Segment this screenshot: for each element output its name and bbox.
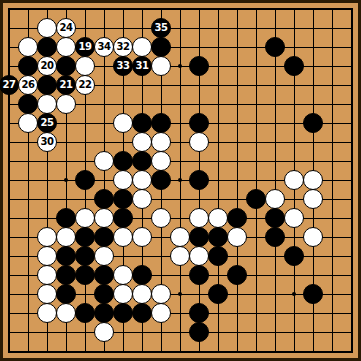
stone-black — [18, 94, 38, 114]
stone-black — [227, 265, 247, 285]
stone-white — [132, 284, 152, 304]
stone-black — [151, 113, 171, 133]
stone-black — [265, 37, 285, 57]
stone-black — [246, 189, 266, 209]
stone-white — [284, 170, 304, 190]
stone-black — [37, 75, 57, 95]
stone-black — [151, 37, 171, 57]
stone-white — [37, 303, 57, 323]
stone-black — [113, 151, 133, 171]
stone-black — [208, 246, 228, 266]
stone-white — [170, 246, 190, 266]
stone-white-move-22: 22 — [75, 75, 95, 95]
go-board[interactable]: 2435193432203331272621222530 — [0, 0, 361, 361]
move-number-label: 25 — [41, 118, 54, 128]
stone-white — [113, 170, 133, 190]
stone-black — [265, 227, 285, 247]
move-number-label: 35 — [155, 23, 168, 33]
stone-black — [56, 56, 76, 76]
stone-white — [56, 303, 76, 323]
stone-black — [75, 227, 95, 247]
stone-white — [37, 227, 57, 247]
hoshi-point — [178, 64, 182, 68]
stone-white — [37, 265, 57, 285]
stone-white — [18, 113, 38, 133]
stone-white — [151, 132, 171, 152]
stone-white-move-24: 24 — [56, 18, 76, 38]
stone-white — [37, 94, 57, 114]
stone-white — [94, 151, 114, 171]
grid-line-vertical — [237, 9, 238, 351]
stone-white — [208, 208, 228, 228]
stone-black — [132, 113, 152, 133]
stone-black — [37, 37, 57, 57]
stone-black — [189, 303, 209, 323]
stone-white — [151, 208, 171, 228]
stone-black — [94, 303, 114, 323]
stone-white — [189, 132, 209, 152]
stone-white-move-32: 32 — [113, 37, 133, 57]
stone-white — [56, 94, 76, 114]
move-number-label: 27 — [3, 80, 16, 90]
move-number-label: 22 — [79, 80, 92, 90]
stone-white — [265, 189, 285, 209]
grid-line-horizontal — [9, 332, 351, 333]
hoshi-point — [292, 292, 296, 296]
move-number-label: 32 — [117, 42, 130, 52]
stone-white-move-34: 34 — [94, 37, 114, 57]
stone-black-move-27: 27 — [0, 75, 19, 95]
stone-white — [113, 284, 133, 304]
stone-black — [94, 284, 114, 304]
stone-white — [37, 284, 57, 304]
hoshi-point — [178, 178, 182, 182]
stone-white — [303, 189, 323, 209]
stone-white — [37, 246, 57, 266]
stone-black — [75, 265, 95, 285]
stone-black — [94, 189, 114, 209]
stone-black — [132, 151, 152, 171]
stone-white — [189, 208, 209, 228]
stone-white — [189, 246, 209, 266]
grid-line-vertical — [275, 9, 276, 351]
stone-black — [56, 265, 76, 285]
stone-white — [132, 37, 152, 57]
stone-black — [94, 265, 114, 285]
stone-white — [94, 208, 114, 228]
stone-white — [113, 265, 133, 285]
move-number-label: 26 — [22, 80, 35, 90]
stone-white — [151, 284, 171, 304]
stone-black — [18, 56, 38, 76]
stone-white-move-20: 20 — [37, 56, 57, 76]
stone-black — [56, 246, 76, 266]
stone-black-move-31: 31 — [132, 56, 152, 76]
stone-black — [113, 303, 133, 323]
stone-black — [56, 208, 76, 228]
stone-white — [37, 18, 57, 38]
stone-black — [208, 227, 228, 247]
stone-black-move-21: 21 — [56, 75, 76, 95]
stone-white — [151, 151, 171, 171]
stone-white — [132, 189, 152, 209]
move-number-label: 24 — [60, 23, 73, 33]
stone-black-move-25: 25 — [37, 113, 57, 133]
stone-white — [94, 246, 114, 266]
stone-black — [113, 208, 133, 228]
stone-white — [75, 208, 95, 228]
stone-white — [151, 56, 171, 76]
stone-white-move-30: 30 — [37, 132, 57, 152]
stone-black — [189, 170, 209, 190]
stone-white — [284, 208, 304, 228]
stone-white — [56, 227, 76, 247]
stone-black — [132, 265, 152, 285]
stone-black — [189, 56, 209, 76]
stone-black — [227, 208, 247, 228]
stone-white — [75, 56, 95, 76]
stone-white — [303, 170, 323, 190]
stone-white — [132, 132, 152, 152]
move-number-label: 21 — [60, 80, 73, 90]
stone-black — [189, 113, 209, 133]
stone-black-move-33: 33 — [113, 56, 133, 76]
stone-black — [189, 227, 209, 247]
stone-black — [303, 284, 323, 304]
stone-black-move-19: 19 — [75, 37, 95, 57]
move-number-label: 34 — [98, 42, 111, 52]
grid-line-vertical — [256, 9, 257, 351]
stone-black — [75, 246, 95, 266]
stone-black — [303, 113, 323, 133]
stone-black — [189, 265, 209, 285]
stone-black — [265, 208, 285, 228]
hoshi-point — [64, 178, 68, 182]
stone-white — [113, 113, 133, 133]
stone-white — [113, 227, 133, 247]
stone-white-move-26: 26 — [18, 75, 38, 95]
hoshi-point — [178, 292, 182, 296]
stone-black — [208, 284, 228, 304]
move-number-label: 19 — [79, 42, 92, 52]
stone-white — [132, 170, 152, 190]
stone-black — [284, 56, 304, 76]
stone-black-move-35: 35 — [151, 18, 171, 38]
move-number-label: 20 — [41, 61, 54, 71]
stone-black — [132, 303, 152, 323]
stone-white — [94, 322, 114, 342]
stone-black — [151, 170, 171, 190]
stone-white — [303, 227, 323, 247]
stone-black — [113, 189, 133, 209]
move-number-label: 33 — [117, 61, 130, 71]
stone-white — [151, 303, 171, 323]
move-number-label: 31 — [136, 61, 149, 71]
stone-white — [56, 37, 76, 57]
stone-black — [75, 303, 95, 323]
stone-black — [284, 246, 304, 266]
stone-white — [170, 227, 190, 247]
stone-black — [94, 227, 114, 247]
stone-black — [75, 170, 95, 190]
stone-white — [18, 37, 38, 57]
grid-line-vertical — [332, 9, 333, 351]
move-number-label: 30 — [41, 137, 54, 147]
stone-black — [56, 284, 76, 304]
stone-white — [132, 227, 152, 247]
stone-white — [227, 227, 247, 247]
stone-black — [189, 322, 209, 342]
grid-line-horizontal — [9, 199, 351, 200]
